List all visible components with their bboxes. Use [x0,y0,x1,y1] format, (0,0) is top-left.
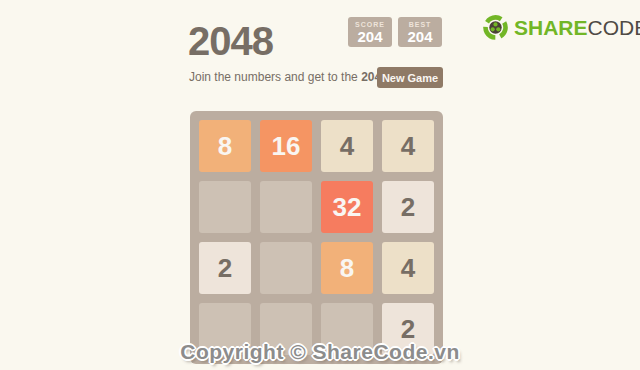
tile-2: 2 [382,303,434,355]
sharecode-logo[interactable]: SHARECODE.vn [481,13,640,42]
logo-code: CODE [588,16,640,39]
tile-4: 4 [382,120,434,172]
new-game-button[interactable]: New Game [377,67,443,88]
instructions-text: Join the numbers and get to the [189,70,361,84]
recycle-icon [481,13,510,42]
empty-cell [260,181,312,233]
tile-2: 2 [199,242,251,294]
tile-8: 8 [199,120,251,172]
page: SHARECODE.vn 2048 SCORE 204 BEST 204 Joi… [0,0,640,370]
empty-cell [199,181,251,233]
empty-cell [321,303,373,355]
game-board[interactable]: 816443222842 [190,111,443,364]
best-value: 204 [407,29,432,45]
tile-8: 8 [321,242,373,294]
score-value: 204 [357,29,382,45]
tile-32: 32 [321,181,373,233]
score-box: SCORE 204 [348,17,392,47]
empty-cell [199,303,251,355]
empty-cell [260,242,312,294]
tile-2: 2 [382,181,434,233]
tile-16: 16 [260,120,312,172]
tile-4: 4 [382,242,434,294]
empty-cell [260,303,312,355]
game-title: 2048 [188,21,273,61]
logo-share: SHARE [514,16,588,39]
tile-4: 4 [321,120,373,172]
logo-text: SHARECODE.vn [514,13,640,42]
best-box: BEST 204 [398,17,442,47]
